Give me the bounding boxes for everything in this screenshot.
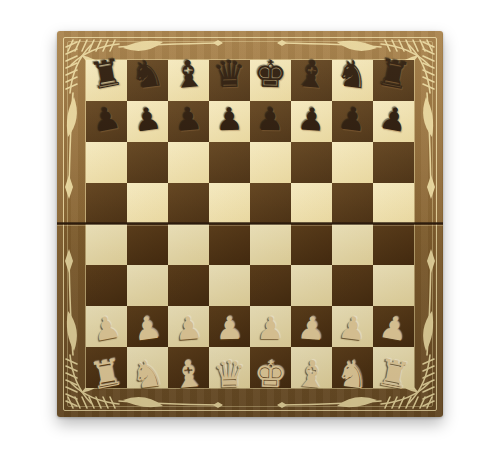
- white-pawn: ♟: [124, 305, 170, 351]
- square-b1: ♞: [127, 347, 168, 388]
- square-f4: [291, 224, 332, 265]
- square-h8: ♜: [373, 60, 414, 101]
- white-rook: ♜: [83, 351, 131, 399]
- square-e3: [250, 265, 291, 306]
- white-knight: ♞: [329, 351, 375, 397]
- square-d4: [209, 224, 250, 265]
- square-c3: [168, 265, 209, 306]
- square-g5: [332, 183, 373, 224]
- square-a3: [86, 265, 127, 306]
- square-h5: [373, 183, 414, 224]
- square-c5: [168, 183, 209, 224]
- square-g7: ♟: [332, 101, 373, 142]
- square-g3: [332, 265, 373, 306]
- black-bishop: ♝: [166, 52, 210, 96]
- square-a4: [86, 224, 127, 265]
- square-e1: ♚: [250, 347, 291, 388]
- square-h4: [373, 224, 414, 265]
- square-d2: ♟: [209, 306, 250, 347]
- black-pawn: ♟: [208, 98, 250, 140]
- square-e7: ♟: [250, 101, 291, 142]
- black-pawn: ♟: [329, 96, 375, 142]
- square-b2: ♟: [127, 306, 168, 347]
- square-b5: [127, 183, 168, 224]
- square-f3: [291, 265, 332, 306]
- square-b4: [127, 224, 168, 265]
- square-f6: [291, 142, 332, 183]
- square-d8: ♛: [209, 60, 250, 101]
- square-a5: [86, 183, 127, 224]
- white-bishop: ♝: [289, 352, 333, 396]
- square-d1: ♛: [209, 347, 250, 388]
- black-pawn: ♟: [289, 97, 333, 141]
- white-pawn: ♟: [370, 305, 418, 353]
- square-e8: ♚: [250, 60, 291, 101]
- white-knight: ♞: [124, 351, 170, 397]
- white-queen: ♛: [208, 353, 250, 395]
- white-king: ♚: [249, 353, 291, 395]
- black-rook: ♜: [370, 51, 418, 99]
- black-knight: ♞: [329, 51, 375, 97]
- square-h6: [373, 142, 414, 183]
- white-pawn: ♟: [329, 305, 375, 351]
- square-b6: [127, 142, 168, 183]
- square-h1: ♜: [373, 347, 414, 388]
- black-pawn: ♟: [166, 97, 210, 141]
- square-f8: ♝: [291, 60, 332, 101]
- square-b8: ♞: [127, 60, 168, 101]
- white-pawn: ♟: [249, 307, 291, 349]
- white-rook: ♜: [370, 351, 418, 399]
- square-c6: [168, 142, 209, 183]
- black-pawn: ♟: [370, 96, 418, 144]
- black-king: ♚: [249, 53, 291, 95]
- square-c8: ♝: [168, 60, 209, 101]
- square-g8: ♞: [332, 60, 373, 101]
- white-pawn: ♟: [289, 306, 333, 350]
- square-d6: [209, 142, 250, 183]
- square-a7: ♟: [86, 101, 127, 142]
- square-c2: ♟: [168, 306, 209, 347]
- black-bishop: ♝: [289, 52, 333, 96]
- square-g6: [332, 142, 373, 183]
- square-d7: ♟: [209, 101, 250, 142]
- square-c1: ♝: [168, 347, 209, 388]
- square-c4: [168, 224, 209, 265]
- chess-set-photo: ♜♞♝♛♚♝♞♜♟♟♟♟♟♟♟♟♟♟♟♟♟♟♟♟♜♞♝♛♚♝♞♜: [0, 0, 500, 450]
- square-d5: [209, 183, 250, 224]
- square-f2: ♟: [291, 306, 332, 347]
- square-c7: ♟: [168, 101, 209, 142]
- square-a2: ♟: [86, 306, 127, 347]
- white-pawn: ♟: [166, 306, 210, 350]
- board-squares-grid: ♜♞♝♛♚♝♞♜♟♟♟♟♟♟♟♟♟♟♟♟♟♟♟♟♜♞♝♛♚♝♞♜: [86, 60, 414, 388]
- square-a8: ♜: [86, 60, 127, 101]
- black-pawn: ♟: [124, 96, 170, 142]
- black-pawn: ♟: [83, 96, 131, 144]
- white-pawn: ♟: [208, 307, 250, 349]
- square-h2: ♟: [373, 306, 414, 347]
- square-d3: [209, 265, 250, 306]
- square-a1: ♜: [86, 347, 127, 388]
- square-a6: [86, 142, 127, 183]
- square-h3: [373, 265, 414, 306]
- square-f7: ♟: [291, 101, 332, 142]
- black-pawn: ♟: [249, 98, 291, 140]
- square-e6: [250, 142, 291, 183]
- square-e4: [250, 224, 291, 265]
- square-g2: ♟: [332, 306, 373, 347]
- square-f5: [291, 183, 332, 224]
- square-b7: ♟: [127, 101, 168, 142]
- square-g1: ♞: [332, 347, 373, 388]
- black-queen: ♛: [208, 53, 250, 95]
- square-e5: [250, 183, 291, 224]
- black-knight: ♞: [124, 51, 170, 97]
- square-e2: ♟: [250, 306, 291, 347]
- square-f1: ♝: [291, 347, 332, 388]
- white-bishop: ♝: [166, 352, 210, 396]
- square-h7: ♟: [373, 101, 414, 142]
- chess-board: ♜♞♝♛♚♝♞♜♟♟♟♟♟♟♟♟♟♟♟♟♟♟♟♟♜♞♝♛♚♝♞♜: [57, 31, 443, 417]
- white-pawn: ♟: [83, 305, 131, 353]
- square-g4: [332, 224, 373, 265]
- square-b3: [127, 265, 168, 306]
- black-rook: ♜: [83, 51, 131, 99]
